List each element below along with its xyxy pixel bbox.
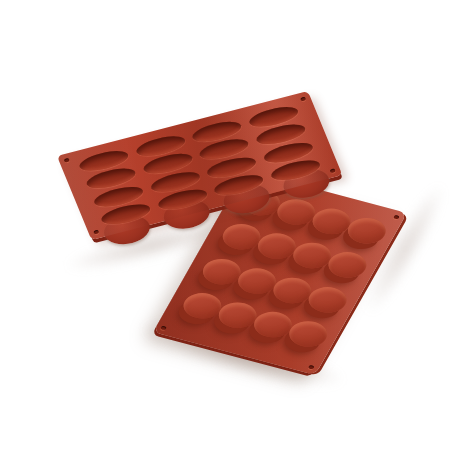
product-photo — [0, 0, 460, 460]
